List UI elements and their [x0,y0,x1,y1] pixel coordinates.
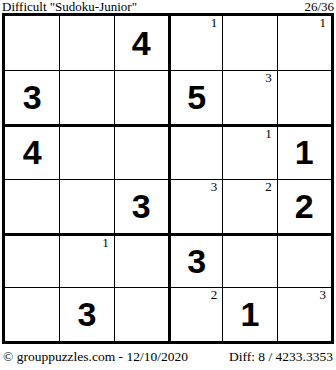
givens-counter: 26/36 [304,0,334,13]
cell-r6c2[interactable]: 3 [59,287,113,341]
cell-r5c2[interactable]: 1 [59,233,113,287]
given-digit: 1 [278,127,331,178]
cell-r3c4[interactable] [168,124,222,178]
cell-r1c4[interactable]: 1 [168,16,222,70]
cell-r4c3[interactable]: 3 [114,179,168,233]
cell-r5c5[interactable] [222,233,276,287]
cell-r2c1[interactable]: 3 [5,70,59,124]
pencil-mark: 2 [265,179,272,194]
cell-r6c3[interactable] [114,287,168,341]
cell-r2c3[interactable] [114,70,168,124]
cell-r3c1[interactable]: 4 [5,124,59,178]
cell-r3c2[interactable] [59,124,113,178]
given-digit: 3 [171,236,222,287]
header: Difficult "Sudoku-Junior" 26/36 [0,0,336,13]
footer: © grouppuzzles.com - 12/10/2020 Diff: 8 … [0,349,336,365]
cell-r6c4[interactable]: 2 [168,287,222,341]
sudoku-board: 4113534113322133213 [2,13,334,344]
cell-r1c5[interactable] [222,16,276,70]
pencil-mark: 3 [211,179,218,194]
pencil-mark: 3 [265,70,272,85]
given-digit: 1 [223,288,276,341]
cell-r3c5[interactable]: 1 [222,124,276,178]
given-digit: 4 [115,16,168,70]
cell-r3c6[interactable]: 1 [277,124,331,178]
cell-r2c6[interactable] [277,70,331,124]
pencil-mark: 1 [265,126,272,141]
given-digit: 4 [5,127,59,178]
cell-r4c2[interactable] [59,179,113,233]
cell-r2c5[interactable]: 3 [222,70,276,124]
pencil-mark: 1 [102,235,109,250]
cell-r1c2[interactable] [59,16,113,70]
cell-r4c5[interactable]: 2 [222,179,276,233]
cell-r6c1[interactable] [5,287,59,341]
copyright-text: © grouppuzzles.com - 12/10/2020 [3,349,188,365]
pencil-mark: 1 [211,15,218,30]
cell-r4c1[interactable] [5,179,59,233]
cell-r2c2[interactable] [59,70,113,124]
cell-r5c3[interactable] [114,233,168,287]
cell-r4c6[interactable]: 2 [277,179,331,233]
cell-r6c6[interactable]: 3 [277,287,331,341]
puzzle-page: Difficult "Sudoku-Junior" 26/36 41135341… [0,0,336,370]
cell-r2c4[interactable]: 5 [168,70,222,124]
pencil-mark: 1 [319,15,326,30]
given-digit: 3 [5,71,59,124]
given-digit: 3 [115,180,168,233]
cell-r3c3[interactable] [114,124,168,178]
given-digit: 2 [278,180,331,233]
cell-r1c1[interactable] [5,16,59,70]
cell-r5c1[interactable] [5,233,59,287]
cell-r5c6[interactable] [277,233,331,287]
cell-r6c5[interactable]: 1 [222,287,276,341]
difficulty-text: Diff: 8 / 4233.3353 [229,349,333,365]
cell-r4c4[interactable]: 3 [168,179,222,233]
given-digit: 5 [171,71,222,124]
puzzle-title: Difficult "Sudoku-Junior" [2,0,137,13]
cell-r1c3[interactable]: 4 [114,16,168,70]
cell-r1c6[interactable]: 1 [277,16,331,70]
cell-r5c4[interactable]: 3 [168,233,222,287]
pencil-mark: 2 [211,287,218,302]
pencil-mark: 3 [319,287,326,302]
given-digit: 3 [60,288,113,341]
